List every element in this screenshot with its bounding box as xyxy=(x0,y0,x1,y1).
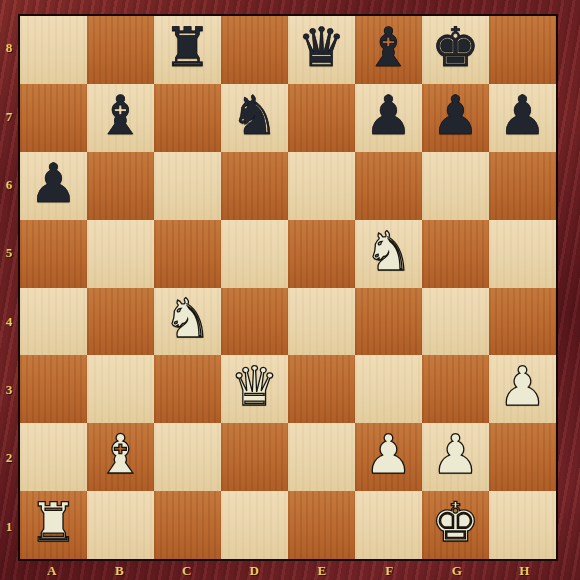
square-g1[interactable]: ♚ xyxy=(422,491,489,559)
file-label-d: D xyxy=(221,561,289,580)
square-d3[interactable]: ♛ xyxy=(221,355,288,423)
square-b4[interactable] xyxy=(87,288,154,356)
square-a6[interactable]: ♟ xyxy=(20,152,87,220)
white-pawn[interactable]: ♟ xyxy=(498,360,546,414)
square-a8[interactable] xyxy=(20,16,87,84)
square-g2[interactable]: ♟ xyxy=(422,423,489,491)
file-label-c: C xyxy=(153,561,221,580)
square-d4[interactable] xyxy=(221,288,288,356)
square-e7[interactable] xyxy=(288,84,355,152)
file-label-h: H xyxy=(491,561,559,580)
square-h6[interactable] xyxy=(489,152,556,220)
square-b8[interactable] xyxy=(87,16,154,84)
square-e5[interactable] xyxy=(288,220,355,288)
square-f8[interactable]: ♝ xyxy=(355,16,422,84)
square-a7[interactable] xyxy=(20,84,87,152)
black-bishop[interactable]: ♝ xyxy=(364,21,412,75)
black-rook[interactable]: ♜ xyxy=(163,21,211,75)
square-b2[interactable]: ♝ xyxy=(87,423,154,491)
rank-label-8: 8 xyxy=(0,14,18,82)
square-e4[interactable] xyxy=(288,288,355,356)
file-label-a: A xyxy=(18,561,86,580)
square-c7[interactable] xyxy=(154,84,221,152)
square-a5[interactable] xyxy=(20,220,87,288)
square-c3[interactable] xyxy=(154,355,221,423)
file-label-f: F xyxy=(356,561,424,580)
black-pawn[interactable]: ♟ xyxy=(364,89,412,143)
white-knight[interactable]: ♞ xyxy=(364,225,412,279)
square-a2[interactable] xyxy=(20,423,87,491)
white-knight[interactable]: ♞ xyxy=(163,292,211,346)
square-c4[interactable]: ♞ xyxy=(154,288,221,356)
square-g5[interactable] xyxy=(422,220,489,288)
square-f6[interactable] xyxy=(355,152,422,220)
square-d2[interactable] xyxy=(221,423,288,491)
square-d5[interactable] xyxy=(221,220,288,288)
square-g8[interactable]: ♚ xyxy=(422,16,489,84)
square-e1[interactable] xyxy=(288,491,355,559)
square-e6[interactable] xyxy=(288,152,355,220)
white-pawn[interactable]: ♟ xyxy=(431,428,479,482)
board-frame: ♜♛♝♚♝♞♟♟♟♟♞♞♛♟♝♟♟♜♚ 87654321ABCDEFGH xyxy=(0,0,580,580)
black-pawn[interactable]: ♟ xyxy=(29,157,77,211)
white-bishop[interactable]: ♝ xyxy=(96,428,144,482)
square-b5[interactable] xyxy=(87,220,154,288)
square-h2[interactable] xyxy=(489,423,556,491)
square-b3[interactable] xyxy=(87,355,154,423)
white-king[interactable]: ♚ xyxy=(431,496,479,550)
square-h1[interactable] xyxy=(489,491,556,559)
rank-label-4: 4 xyxy=(0,288,18,356)
square-f3[interactable] xyxy=(355,355,422,423)
square-e8[interactable]: ♛ xyxy=(288,16,355,84)
square-c5[interactable] xyxy=(154,220,221,288)
white-rook[interactable]: ♜ xyxy=(29,496,77,550)
square-b7[interactable]: ♝ xyxy=(87,84,154,152)
square-d8[interactable] xyxy=(221,16,288,84)
file-label-b: B xyxy=(86,561,154,580)
black-queen[interactable]: ♛ xyxy=(297,21,345,75)
rank-label-1: 1 xyxy=(0,493,18,561)
square-e2[interactable] xyxy=(288,423,355,491)
rank-label-2: 2 xyxy=(0,424,18,492)
black-king[interactable]: ♚ xyxy=(431,21,479,75)
square-c8[interactable]: ♜ xyxy=(154,16,221,84)
white-queen[interactable]: ♛ xyxy=(230,360,278,414)
square-h4[interactable] xyxy=(489,288,556,356)
rank-label-6: 6 xyxy=(0,151,18,219)
rank-label-5: 5 xyxy=(0,219,18,287)
square-g6[interactable] xyxy=(422,152,489,220)
square-c2[interactable] xyxy=(154,423,221,491)
square-f5[interactable]: ♞ xyxy=(355,220,422,288)
square-a3[interactable] xyxy=(20,355,87,423)
square-g4[interactable] xyxy=(422,288,489,356)
square-f4[interactable] xyxy=(355,288,422,356)
square-f1[interactable] xyxy=(355,491,422,559)
square-d6[interactable] xyxy=(221,152,288,220)
square-h7[interactable]: ♟ xyxy=(489,84,556,152)
square-h5[interactable] xyxy=(489,220,556,288)
square-g3[interactable] xyxy=(422,355,489,423)
square-e3[interactable] xyxy=(288,355,355,423)
square-d1[interactable] xyxy=(221,491,288,559)
rank-label-3: 3 xyxy=(0,356,18,424)
square-h3[interactable]: ♟ xyxy=(489,355,556,423)
square-c6[interactable] xyxy=(154,152,221,220)
black-pawn[interactable]: ♟ xyxy=(431,89,479,143)
white-pawn[interactable]: ♟ xyxy=(364,428,412,482)
square-g7[interactable]: ♟ xyxy=(422,84,489,152)
black-bishop[interactable]: ♝ xyxy=(96,89,144,143)
rank-label-7: 7 xyxy=(0,82,18,150)
file-label-e: E xyxy=(288,561,356,580)
black-pawn[interactable]: ♟ xyxy=(498,89,546,143)
square-d7[interactable]: ♞ xyxy=(221,84,288,152)
square-f2[interactable]: ♟ xyxy=(355,423,422,491)
square-b1[interactable] xyxy=(87,491,154,559)
square-c1[interactable] xyxy=(154,491,221,559)
square-h8[interactable] xyxy=(489,16,556,84)
chess-board: ♜♛♝♚♝♞♟♟♟♟♞♞♛♟♝♟♟♜♚ xyxy=(18,14,558,561)
square-a4[interactable] xyxy=(20,288,87,356)
black-knight[interactable]: ♞ xyxy=(230,89,278,143)
square-b6[interactable] xyxy=(87,152,154,220)
square-f7[interactable]: ♟ xyxy=(355,84,422,152)
file-label-g: G xyxy=(423,561,491,580)
square-a1[interactable]: ♜ xyxy=(20,491,87,559)
